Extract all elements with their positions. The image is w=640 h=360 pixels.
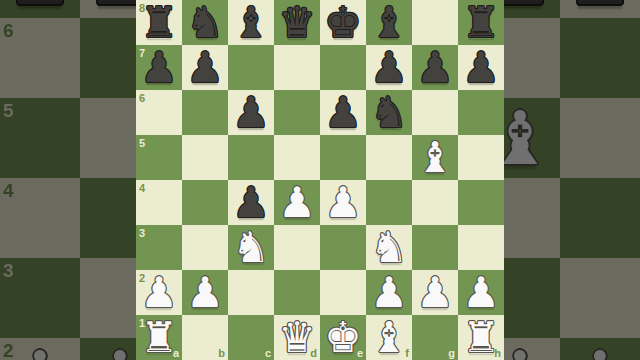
square-f3[interactable]: ♞ bbox=[366, 225, 412, 270]
square-g8[interactable] bbox=[412, 0, 458, 45]
white-bishop-piece[interactable]: ♝ bbox=[412, 135, 458, 180]
square-a7[interactable]: 7♟ bbox=[136, 45, 182, 90]
file-label-c: c bbox=[265, 347, 271, 359]
bg-square-h4 bbox=[560, 178, 640, 258]
chess-app-frame: 8♜♞♝♛♚♝♜7♟♟♟♟♟6♟♟♞5♝4♟♟♟3♞♞2♟♟♟♟♟1a♜bcd♛… bbox=[0, 0, 640, 360]
black-pawn-piece[interactable]: ♟ bbox=[320, 90, 366, 135]
white-pawn-piece[interactable]: ♟ bbox=[366, 270, 412, 315]
square-a4[interactable]: 4 bbox=[136, 180, 182, 225]
bg-square-h6 bbox=[560, 18, 640, 98]
square-a6[interactable]: 6 bbox=[136, 90, 182, 135]
bg-rank-label-6: 6 bbox=[3, 20, 14, 42]
square-c8[interactable]: ♝ bbox=[228, 0, 274, 45]
white-knight-piece[interactable]: ♞ bbox=[228, 225, 274, 270]
black-pawn-piece[interactable]: ♟ bbox=[182, 45, 228, 90]
square-h8[interactable]: ♜ bbox=[458, 0, 504, 45]
square-g4[interactable] bbox=[412, 180, 458, 225]
black-pawn-piece[interactable]: ♟ bbox=[366, 45, 412, 90]
rank-label-3: 3 bbox=[139, 227, 145, 239]
file-label-g: g bbox=[448, 347, 455, 359]
bg-black-pawn-piece: ♟ bbox=[0, 0, 80, 18]
bg-square-a7: 7♟ bbox=[0, 0, 80, 18]
bg-white-pawn-piece: ♟ bbox=[0, 338, 80, 360]
rank-label-5: 5 bbox=[139, 137, 145, 149]
square-e2[interactable] bbox=[320, 270, 366, 315]
square-c6[interactable]: ♟ bbox=[228, 90, 274, 135]
square-b8[interactable]: ♞ bbox=[182, 0, 228, 45]
square-g2[interactable]: ♟ bbox=[412, 270, 458, 315]
square-h2[interactable]: ♟ bbox=[458, 270, 504, 315]
square-f8[interactable]: ♝ bbox=[366, 0, 412, 45]
chess-board: 8♜♞♝♛♚♝♜7♟♟♟♟♟6♟♟♞5♝4♟♟♟3♞♞2♟♟♟♟♟1a♜bcd♛… bbox=[136, 0, 504, 360]
square-e4[interactable]: ♟ bbox=[320, 180, 366, 225]
square-d3[interactable] bbox=[274, 225, 320, 270]
square-b5[interactable] bbox=[182, 135, 228, 180]
square-e7[interactable] bbox=[320, 45, 366, 90]
black-rook-piece[interactable]: ♜ bbox=[458, 0, 504, 45]
bg-black-pawn-piece: ♟ bbox=[560, 0, 640, 18]
square-d7[interactable] bbox=[274, 45, 320, 90]
square-e1[interactable]: e♚ bbox=[320, 315, 366, 360]
bg-square-h5 bbox=[560, 98, 640, 178]
bg-rank-label-5: 5 bbox=[3, 100, 14, 122]
square-d4[interactable]: ♟ bbox=[274, 180, 320, 225]
white-bishop-piece[interactable]: ♝ bbox=[366, 315, 412, 360]
square-a1[interactable]: 1a♜ bbox=[136, 315, 182, 360]
black-queen-piece[interactable]: ♛ bbox=[274, 0, 320, 45]
square-b4[interactable] bbox=[182, 180, 228, 225]
black-bishop-piece[interactable]: ♝ bbox=[366, 0, 412, 45]
square-e5[interactable] bbox=[320, 135, 366, 180]
black-pawn-piece[interactable]: ♟ bbox=[458, 45, 504, 90]
square-c4[interactable]: ♟ bbox=[228, 180, 274, 225]
square-c2[interactable] bbox=[228, 270, 274, 315]
square-h5[interactable] bbox=[458, 135, 504, 180]
black-bishop-piece[interactable]: ♝ bbox=[228, 0, 274, 45]
white-pawn-piece[interactable]: ♟ bbox=[458, 270, 504, 315]
square-h1[interactable]: h♜ bbox=[458, 315, 504, 360]
square-b2[interactable]: ♟ bbox=[182, 270, 228, 315]
black-pawn-piece[interactable]: ♟ bbox=[228, 90, 274, 135]
square-f2[interactable]: ♟ bbox=[366, 270, 412, 315]
square-d2[interactable] bbox=[274, 270, 320, 315]
rank-label-4: 4 bbox=[139, 182, 145, 194]
square-g3[interactable] bbox=[412, 225, 458, 270]
square-e6[interactable]: ♟ bbox=[320, 90, 366, 135]
square-e3[interactable] bbox=[320, 225, 366, 270]
square-d5[interactable] bbox=[274, 135, 320, 180]
black-rook-piece[interactable]: ♜ bbox=[136, 0, 182, 45]
square-b3[interactable] bbox=[182, 225, 228, 270]
square-f4[interactable] bbox=[366, 180, 412, 225]
bg-square-a5: 5 bbox=[0, 98, 80, 178]
square-c5[interactable] bbox=[228, 135, 274, 180]
square-e8[interactable]: ♚ bbox=[320, 0, 366, 45]
square-c3[interactable]: ♞ bbox=[228, 225, 274, 270]
black-pawn-piece[interactable]: ♟ bbox=[228, 180, 274, 225]
bg-square-a3: 3 bbox=[0, 258, 80, 338]
bg-square-a6: 6 bbox=[0, 18, 80, 98]
square-a5[interactable]: 5 bbox=[136, 135, 182, 180]
white-knight-piece[interactable]: ♞ bbox=[366, 225, 412, 270]
square-g1[interactable]: g bbox=[412, 315, 458, 360]
file-label-b: b bbox=[218, 347, 225, 359]
square-h4[interactable] bbox=[458, 180, 504, 225]
square-a2[interactable]: 2♟ bbox=[136, 270, 182, 315]
black-knight-piece[interactable]: ♞ bbox=[182, 0, 228, 45]
bg-square-h7: ♟ bbox=[560, 0, 640, 18]
square-g5[interactable]: ♝ bbox=[412, 135, 458, 180]
square-h7[interactable]: ♟ bbox=[458, 45, 504, 90]
white-pawn-piece[interactable]: ♟ bbox=[182, 270, 228, 315]
square-d6[interactable] bbox=[274, 90, 320, 135]
black-pawn-piece[interactable]: ♟ bbox=[412, 45, 458, 90]
bg-square-a2: 2♟ bbox=[0, 338, 80, 360]
black-knight-piece[interactable]: ♞ bbox=[366, 90, 412, 135]
white-pawn-piece[interactable]: ♟ bbox=[320, 180, 366, 225]
bg-square-h3 bbox=[560, 258, 640, 338]
square-b7[interactable]: ♟ bbox=[182, 45, 228, 90]
white-pawn-piece[interactable]: ♟ bbox=[136, 270, 182, 315]
square-b6[interactable] bbox=[182, 90, 228, 135]
square-d1[interactable]: d♛ bbox=[274, 315, 320, 360]
square-f5[interactable] bbox=[366, 135, 412, 180]
square-b1[interactable]: b bbox=[182, 315, 228, 360]
white-pawn-piece[interactable]: ♟ bbox=[412, 270, 458, 315]
square-c7[interactable] bbox=[228, 45, 274, 90]
bg-white-pawn-piece: ♟ bbox=[560, 338, 640, 360]
square-c1[interactable]: c bbox=[228, 315, 274, 360]
bg-square-a4: 4 bbox=[0, 178, 80, 258]
square-f1[interactable]: f♝ bbox=[366, 315, 412, 360]
white-rook-piece[interactable]: ♜ bbox=[136, 315, 182, 360]
bg-rank-label-4: 4 bbox=[3, 180, 14, 202]
square-g6[interactable] bbox=[412, 90, 458, 135]
black-king-piece[interactable]: ♚ bbox=[320, 0, 366, 45]
bg-square-h2: ♟ bbox=[560, 338, 640, 360]
rank-label-6: 6 bbox=[139, 92, 145, 104]
square-h3[interactable] bbox=[458, 225, 504, 270]
square-h6[interactable] bbox=[458, 90, 504, 135]
square-a3[interactable]: 3 bbox=[136, 225, 182, 270]
white-king-piece[interactable]: ♚ bbox=[320, 315, 366, 360]
bg-rank-label-3: 3 bbox=[3, 260, 14, 282]
white-queen-piece[interactable]: ♛ bbox=[274, 315, 320, 360]
square-f6[interactable]: ♞ bbox=[366, 90, 412, 135]
black-pawn-piece[interactable]: ♟ bbox=[136, 45, 182, 90]
square-a8[interactable]: 8♜ bbox=[136, 0, 182, 45]
square-d8[interactable]: ♛ bbox=[274, 0, 320, 45]
square-g7[interactable]: ♟ bbox=[412, 45, 458, 90]
square-f7[interactable]: ♟ bbox=[366, 45, 412, 90]
white-pawn-piece[interactable]: ♟ bbox=[274, 180, 320, 225]
white-rook-piece[interactable]: ♜ bbox=[458, 315, 504, 360]
